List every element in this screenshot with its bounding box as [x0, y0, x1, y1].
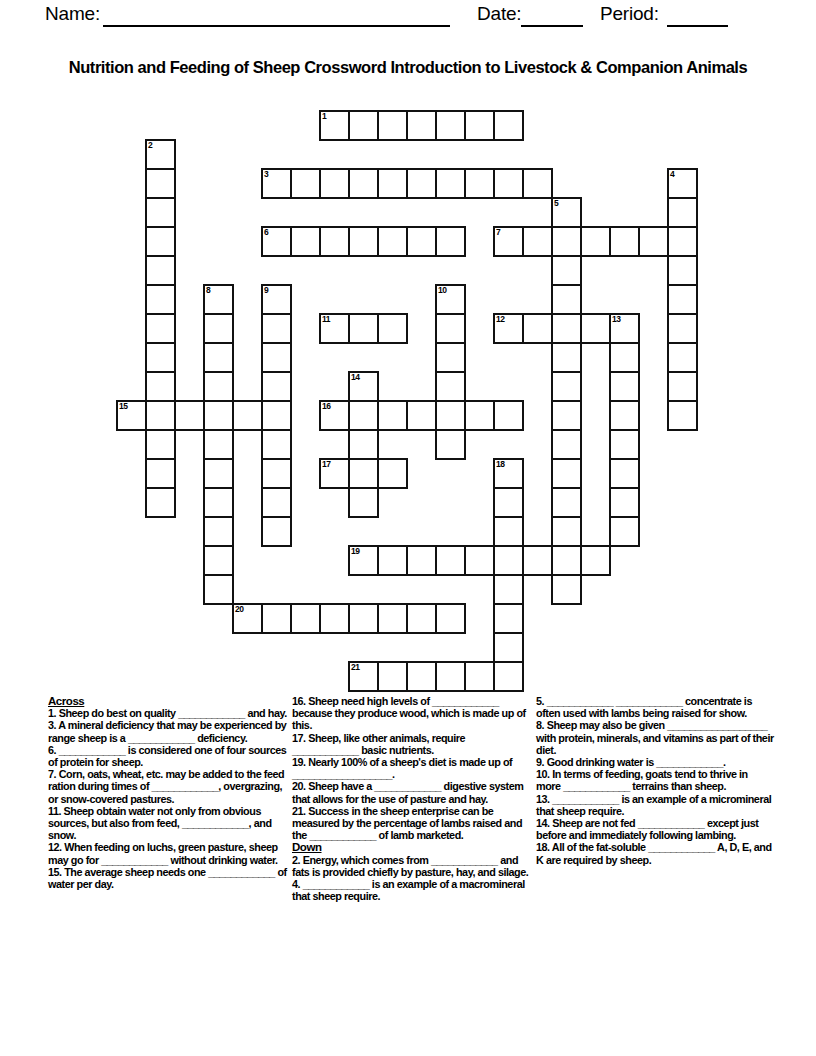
- grid-cell[interactable]: [145, 429, 176, 460]
- grid-cell[interactable]: [580, 545, 611, 576]
- clue-number-7: 7: [496, 228, 500, 237]
- grid-cell[interactable]: [551, 487, 582, 518]
- clue-number-1: 1: [322, 112, 326, 121]
- grid-cell[interactable]: 8: [203, 284, 234, 315]
- grid-cell[interactable]: [348, 429, 379, 460]
- grid-cell[interactable]: [377, 661, 408, 692]
- clue-20: 20. Sheep have a ____________ digestive …: [292, 780, 532, 804]
- clue-12: 12. When feeding on luchs, green pasture…: [48, 841, 293, 865]
- grid-cell[interactable]: [464, 110, 495, 141]
- clue-13: 13. ____________ is an example of a micr…: [536, 793, 774, 817]
- grid-cell[interactable]: [377, 400, 408, 431]
- clue-3: 3. A mineral deficiency that may be expe…: [48, 719, 293, 743]
- grid-cell[interactable]: [406, 603, 437, 634]
- clue-number-11: 11: [322, 315, 330, 324]
- grid-cell[interactable]: [464, 168, 495, 199]
- grid-cell[interactable]: [609, 458, 640, 489]
- grid-cell[interactable]: [580, 313, 611, 344]
- clue-number-20: 20: [235, 605, 243, 614]
- clue-number-3: 3: [264, 170, 268, 179]
- clue-number-14: 14: [351, 373, 359, 382]
- grid-cell[interactable]: [203, 458, 234, 489]
- grid-cell[interactable]: [493, 574, 524, 605]
- grid-cell[interactable]: [638, 226, 669, 257]
- grid-cell[interactable]: [667, 255, 698, 286]
- clue-5: 5. ____________ ____________ concentrate…: [536, 695, 774, 719]
- clue-6: 6. ____________ is considered one of fou…: [48, 744, 293, 768]
- clue-9: 9. Good drinking water is ____________.: [536, 756, 774, 768]
- grid-cell[interactable]: [261, 313, 292, 344]
- grid-cell[interactable]: [348, 458, 379, 489]
- grid-cell[interactable]: [261, 487, 292, 518]
- grid-cell[interactable]: [261, 458, 292, 489]
- clue-number-2: 2: [148, 141, 152, 150]
- grid-cell[interactable]: [174, 400, 205, 431]
- grid-cell[interactable]: 18: [493, 458, 524, 489]
- grid-cell[interactable]: [493, 545, 524, 576]
- clue-column-left: Across1. Sheep do best on quality ______…: [48, 695, 293, 890]
- clue-16: 16. Sheep need high levels of __________…: [292, 695, 532, 732]
- grid-cell[interactable]: [609, 226, 640, 257]
- grid-cell[interactable]: 20: [232, 603, 263, 634]
- clue-number-21: 21: [351, 663, 359, 672]
- grid-cell[interactable]: [203, 516, 234, 547]
- grid-cell[interactable]: 21: [348, 661, 379, 692]
- grid-cell[interactable]: [348, 226, 379, 257]
- grid-cell[interactable]: [522, 168, 553, 199]
- grid-cell[interactable]: [493, 487, 524, 518]
- clue-number-4: 4: [670, 170, 674, 179]
- grid-cell[interactable]: 5: [551, 197, 582, 228]
- crossword-grid: 123456789101112131415161718192021: [116, 110, 698, 692]
- grid-cell[interactable]: 19: [348, 545, 379, 576]
- date-label: Date:: [477, 3, 521, 25]
- grid-cell[interactable]: [435, 603, 466, 634]
- grid-cell[interactable]: [551, 574, 582, 605]
- clue-number-16: 16: [322, 402, 330, 411]
- period-blank-line[interactable]: [667, 25, 728, 27]
- clue-number-8: 8: [206, 286, 210, 295]
- grid-cell[interactable]: [435, 371, 466, 402]
- clue-number-17: 17: [322, 460, 330, 469]
- grid-cell[interactable]: [551, 545, 582, 576]
- clue-number-12: 12: [496, 315, 504, 324]
- grid-cell[interactable]: [203, 429, 234, 460]
- clue-column-middle: 16. Sheep need high levels of __________…: [292, 695, 532, 902]
- grid-cell[interactable]: [667, 400, 698, 431]
- clue-14: 14. Sheep are not fed ____________ excep…: [536, 817, 774, 841]
- grid-cell[interactable]: [406, 545, 437, 576]
- grid-cell[interactable]: 3: [261, 168, 292, 199]
- grid-cell[interactable]: [406, 168, 437, 199]
- clue-10: 10. In terms of feeding, goats tend to t…: [536, 768, 774, 792]
- grid-cell[interactable]: [667, 313, 698, 344]
- grid-cell[interactable]: [203, 574, 234, 605]
- grid-cell[interactable]: [551, 400, 582, 431]
- clue-11: 11. Sheep obtain water not only from obv…: [48, 805, 293, 842]
- grid-cell[interactable]: [551, 371, 582, 402]
- grid-cell[interactable]: [493, 110, 524, 141]
- grid-cell[interactable]: [435, 429, 466, 460]
- grid-cell[interactable]: [145, 226, 176, 257]
- grid-cell[interactable]: [319, 226, 350, 257]
- grid-cell[interactable]: [348, 313, 379, 344]
- grid-cell[interactable]: [667, 371, 698, 402]
- clue-number-6: 6: [264, 228, 268, 237]
- grid-cell[interactable]: [609, 342, 640, 373]
- grid-cell[interactable]: [203, 342, 234, 373]
- clue-7: 7. Corn, oats, wheat, etc. may be added …: [48, 768, 293, 805]
- clue-21: 21. Success in the sheep enterprise can …: [292, 805, 532, 842]
- grid-cell[interactable]: [435, 226, 466, 257]
- grid-cell[interactable]: [261, 429, 292, 460]
- grid-cell[interactable]: 16: [319, 400, 350, 431]
- clue-number-13: 13: [612, 315, 620, 324]
- grid-cell[interactable]: 1: [319, 110, 350, 141]
- grid-cell[interactable]: 13: [609, 313, 640, 344]
- grid-cell[interactable]: [406, 661, 437, 692]
- grid-cell[interactable]: [609, 371, 640, 402]
- grid-cell[interactable]: [348, 110, 379, 141]
- grid-cell[interactable]: [609, 516, 640, 547]
- grid-cell[interactable]: [435, 661, 466, 692]
- grid-cell[interactable]: 11: [319, 313, 350, 344]
- grid-cell[interactable]: [203, 545, 234, 576]
- grid-cell[interactable]: 4: [667, 168, 698, 199]
- clue-4: 4. ____________ is an example of a macro…: [292, 878, 532, 902]
- clue-number-15: 15: [119, 402, 127, 411]
- grid-cell[interactable]: [435, 400, 466, 431]
- grid-cell[interactable]: [377, 313, 408, 344]
- grid-cell[interactable]: [348, 400, 379, 431]
- grid-cell[interactable]: [261, 516, 292, 547]
- clue-2: 2. Energy, which comes from ____________…: [292, 854, 532, 878]
- grid-cell[interactable]: 17: [319, 458, 350, 489]
- grid-cell[interactable]: [551, 458, 582, 489]
- grid-cell[interactable]: [493, 168, 524, 199]
- grid-cell[interactable]: [406, 110, 437, 141]
- grid-cell[interactable]: [551, 313, 582, 344]
- grid-cell[interactable]: [667, 284, 698, 315]
- grid-cell[interactable]: 7: [493, 226, 524, 257]
- grid-cell[interactable]: [464, 545, 495, 576]
- grid-cell[interactable]: [435, 545, 466, 576]
- grid-cell[interactable]: [348, 168, 379, 199]
- grid-cell[interactable]: [145, 197, 176, 228]
- clue-number-9: 9: [264, 286, 268, 295]
- grid-cell[interactable]: [319, 603, 350, 634]
- grid-cell[interactable]: [493, 400, 524, 431]
- grid-cell[interactable]: [145, 284, 176, 315]
- clue-8: 8. Sheep may also be given _____________…: [536, 719, 774, 756]
- grid-cell[interactable]: [145, 458, 176, 489]
- grid-cell[interactable]: [435, 168, 466, 199]
- grid-cell[interactable]: [551, 516, 582, 547]
- grid-cell[interactable]: [667, 342, 698, 373]
- grid-cell[interactable]: 14: [348, 371, 379, 402]
- grid-cell[interactable]: [377, 458, 408, 489]
- period-label: Period:: [600, 3, 659, 25]
- grid-cell[interactable]: [551, 284, 582, 315]
- page-title: Nutrition and Feeding of Sheep Crossword…: [0, 58, 816, 77]
- grid-cell[interactable]: [667, 226, 698, 257]
- grid-cell[interactable]: [522, 313, 553, 344]
- across-heading: Across: [48, 695, 293, 707]
- clue-number-10: 10: [438, 286, 446, 295]
- grid-cell[interactable]: [667, 197, 698, 228]
- name-label: Name:: [45, 3, 100, 25]
- grid-cell[interactable]: [290, 603, 321, 634]
- grid-cell[interactable]: [377, 110, 408, 141]
- grid-cell[interactable]: 6: [261, 226, 292, 257]
- grid-cell[interactable]: [580, 226, 611, 257]
- clue-number-5: 5: [554, 199, 558, 208]
- grid-cell[interactable]: [464, 400, 495, 431]
- grid-cell[interactable]: [377, 545, 408, 576]
- grid-cell[interactable]: [522, 226, 553, 257]
- grid-cell[interactable]: 15: [116, 400, 147, 431]
- name-blank-line[interactable]: [103, 25, 450, 27]
- date-blank-line[interactable]: [521, 25, 583, 27]
- grid-cell[interactable]: [203, 400, 234, 431]
- clue-18: 18. All of the fat-soluble ____________ …: [536, 841, 774, 865]
- grid-cell[interactable]: [261, 342, 292, 373]
- clue-17: 17. Sheep, like other animals, require _…: [292, 732, 532, 756]
- grid-cell[interactable]: [261, 400, 292, 431]
- clue-number-18: 18: [496, 460, 504, 469]
- grid-cell[interactable]: [377, 603, 408, 634]
- grid-cell[interactable]: [493, 632, 524, 663]
- grid-cell[interactable]: [145, 371, 176, 402]
- crossword-worksheet-page: { "game": "crossword", "header": { "name…: [0, 0, 816, 1056]
- grid-cell[interactable]: [319, 168, 350, 199]
- clue-19: 19. Nearly 100% of a sheep's diet is mad…: [292, 756, 532, 780]
- grid-cell[interactable]: [145, 168, 176, 199]
- grid-cell[interactable]: [203, 371, 234, 402]
- grid-cell[interactable]: [522, 545, 553, 576]
- grid-cell[interactable]: [464, 661, 495, 692]
- grid-cell[interactable]: [551, 429, 582, 460]
- grid-cell[interactable]: [377, 226, 408, 257]
- grid-cell[interactable]: [609, 429, 640, 460]
- grid-cell[interactable]: [348, 603, 379, 634]
- grid-cell[interactable]: [348, 487, 379, 518]
- grid-cell[interactable]: [145, 487, 176, 518]
- grid-cell[interactable]: [406, 400, 437, 431]
- grid-cell[interactable]: [203, 313, 234, 344]
- grid-cell[interactable]: [609, 400, 640, 431]
- grid-cell[interactable]: [551, 342, 582, 373]
- grid-cell[interactable]: [435, 110, 466, 141]
- grid-cell[interactable]: [435, 313, 466, 344]
- grid-cell[interactable]: 2: [145, 139, 176, 170]
- grid-cell[interactable]: [145, 255, 176, 286]
- grid-cell[interactable]: 9: [261, 284, 292, 315]
- grid-cell[interactable]: [232, 400, 263, 431]
- grid-cell[interactable]: 10: [435, 284, 466, 315]
- grid-cell[interactable]: [145, 313, 176, 344]
- grid-cell[interactable]: [493, 661, 524, 692]
- grid-cell[interactable]: [435, 342, 466, 373]
- grid-cell[interactable]: [377, 168, 408, 199]
- grid-cell[interactable]: [551, 255, 582, 286]
- clue-1: 1. Sheep do best on quality ____________…: [48, 707, 293, 719]
- grid-cell[interactable]: [203, 487, 234, 518]
- grid-cell[interactable]: [406, 226, 437, 257]
- clue-number-19: 19: [351, 547, 359, 556]
- grid-cell[interactable]: 12: [493, 313, 524, 344]
- grid-cell[interactable]: [145, 400, 176, 431]
- grid-cell[interactable]: [290, 168, 321, 199]
- grid-cell[interactable]: [493, 516, 524, 547]
- grid-cell[interactable]: [261, 603, 292, 634]
- grid-cell[interactable]: [609, 487, 640, 518]
- grid-cell[interactable]: [261, 371, 292, 402]
- grid-cell[interactable]: [145, 342, 176, 373]
- grid-cell[interactable]: [493, 603, 524, 634]
- grid-cell[interactable]: [551, 226, 582, 257]
- clue-15: 15. The average sheep needs one ________…: [48, 866, 293, 890]
- grid-cell[interactable]: [290, 226, 321, 257]
- clue-column-right: 5. ____________ ____________ concentrate…: [536, 695, 774, 866]
- down-heading: Down: [292, 841, 532, 853]
